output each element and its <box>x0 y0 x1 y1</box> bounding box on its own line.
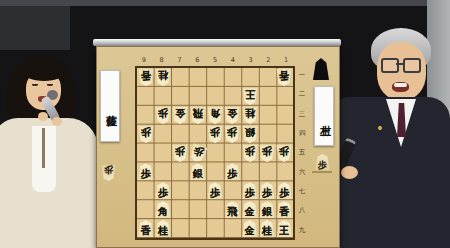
woman-lanyard <box>42 128 45 168</box>
shogi-piece-sente: 角 <box>155 201 171 218</box>
woman-eye <box>32 84 38 86</box>
shogi-piece-gote: 桂 <box>242 107 258 124</box>
rank-label: 二 <box>297 85 307 104</box>
man-teeth <box>394 83 407 87</box>
rank-label: 八 <box>297 201 307 220</box>
shogi-piece-sente: 歩 <box>155 182 171 199</box>
file-label: 2 <box>259 56 277 65</box>
shogi-piece-gote: 歩 <box>138 126 154 143</box>
shogi-piece-gote: 角 <box>207 107 223 124</box>
shogi-piece-sente: 香 <box>276 201 292 218</box>
shogi-piece-sente: 飛 <box>224 201 240 218</box>
shogi-piece-sente: 金 <box>242 201 258 218</box>
file-label: 1 <box>277 56 295 65</box>
woman-eye <box>47 84 53 86</box>
shogi-piece-sente: 桂 <box>259 220 275 237</box>
woman-bangs <box>23 62 65 81</box>
file-label: 9 <box>135 56 153 65</box>
rank-label: 五 <box>297 143 307 162</box>
shogi-piece-gote: 歩 <box>187 142 208 163</box>
shogi-piece-gote: 飛 <box>190 107 206 124</box>
hand-piece-shelf <box>312 171 332 173</box>
shogi-piece-gote: 歩 <box>207 126 223 143</box>
file-label: 6 <box>188 56 206 65</box>
shogi-piece-sente: 銀 <box>259 201 275 218</box>
file-label: 5 <box>206 56 224 65</box>
shogi-piece-sente: 歩 <box>138 163 154 180</box>
shogi-piece-gote: 歩 <box>276 145 292 162</box>
shogi-piece-sente: 桂 <box>155 220 171 237</box>
shogi-piece-gote: 金 <box>224 107 240 124</box>
shogi-piece-sente: 歩 <box>276 182 292 199</box>
board-hanging-rail <box>93 39 341 46</box>
woman-hand <box>38 112 48 121</box>
nameplate-gote: 佐藤 <box>100 70 120 142</box>
file-label: 7 <box>171 56 189 65</box>
rank-label: 七 <box>297 182 307 201</box>
shogi-piece-gote: 歩 <box>224 126 240 143</box>
shogi-piece-gote: 香 <box>276 69 292 86</box>
rank-labels: 一二三四五六七八九 <box>297 66 307 240</box>
shogi-piece-gote: 金 <box>172 107 188 124</box>
shogi-piece-sente: 香 <box>138 220 154 237</box>
shogi-piece-gote: 銀 <box>242 126 258 143</box>
glasses-icon <box>403 58 421 73</box>
man-hand <box>341 166 358 179</box>
rank-label: 三 <box>297 105 307 124</box>
file-label: 8 <box>153 56 171 65</box>
rank-label: 九 <box>297 221 307 240</box>
shogi-piece-sente: 歩 <box>224 163 240 180</box>
shogi-piece-sente: 歩 <box>207 182 223 199</box>
shogi-piece-gote: 歩 <box>259 145 275 162</box>
background-wall-left <box>0 6 70 50</box>
rank-label: 一 <box>297 66 307 85</box>
shogi-piece-gote: 王 <box>242 88 258 105</box>
nameplate-sente: 村上 <box>314 86 334 146</box>
glasses-icon <box>381 58 399 73</box>
rank-label: 六 <box>297 163 307 182</box>
file-label: 4 <box>224 56 242 65</box>
shogi-piece-sente: 歩 <box>259 182 275 199</box>
woman-hand <box>52 117 62 126</box>
shogi-piece-gote: 香 <box>138 69 154 86</box>
shogi-piece-sente: 歩 <box>242 182 258 199</box>
shogi-piece-gote: 歩 <box>155 107 171 124</box>
shogi-piece-gote: 歩 <box>172 145 188 162</box>
shogi-piece-gote: 歩 <box>242 145 258 162</box>
glasses-bridge <box>396 63 404 65</box>
shogi-board-grid: 香桂香王歩金飛角金桂歩歩歩銀歩歩歩歩歩歩銀歩歩歩歩歩歩角飛金銀香香桂金桂王 <box>135 66 295 240</box>
shogi-piece-sente: 王 <box>276 220 292 237</box>
file-label: 3 <box>242 56 260 65</box>
event-photo: 987654321 一二三四五六七八九 香桂香王歩金飛角金桂歩歩歩銀歩歩歩歩歩歩… <box>0 0 450 248</box>
lapel-pin <box>378 126 382 130</box>
shogi-piece-sente: 銀 <box>190 163 206 180</box>
shogi-piece-gote: 桂 <box>155 69 171 86</box>
shogi-piece-sente: 金 <box>242 220 258 237</box>
file-labels: 987654321 <box>135 56 295 65</box>
rank-label: 四 <box>297 124 307 143</box>
